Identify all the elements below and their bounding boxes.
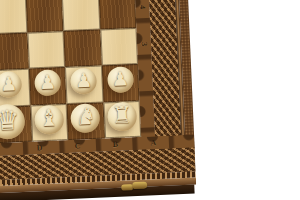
square-d4[interactable] [0, 0, 27, 34]
white-bishop-c1[interactable]: ♝ [34, 105, 64, 135]
white-queen-glyph-icon: ♛ [0, 106, 20, 134]
square-b2[interactable]: ♟ [65, 65, 103, 103]
white-pawn-d2[interactable]: ♟ [0, 71, 22, 98]
square-d1[interactable]: ♛ [0, 105, 32, 143]
square-b1[interactable]: ♞ [67, 102, 105, 140]
square-a3[interactable] [100, 27, 138, 65]
white-pawn-glyph-icon: ♟ [0, 74, 18, 94]
rank-label-4: 4 [138, 2, 147, 12]
square-b4[interactable] [62, 0, 100, 31]
white-pawn-glyph-icon: ♟ [75, 71, 93, 91]
chess-board: ♟♟♟♟♛♝♞♜ 4 3 D C B A [0, 0, 197, 200]
square-d3[interactable] [0, 32, 29, 70]
white-queen-d1[interactable]: ♛ [0, 103, 26, 139]
square-c4[interactable] [25, 0, 63, 32]
rank-label-3: 3 [139, 39, 148, 49]
white-knight-glyph-icon: ♞ [75, 105, 97, 129]
white-pawn-a2[interactable]: ♟ [107, 66, 134, 93]
clasp-tab-icon [132, 182, 147, 190]
white-pawn-b2[interactable]: ♟ [70, 68, 97, 95]
square-a1[interactable]: ♜ [103, 100, 141, 138]
file-label-c: C [71, 141, 83, 151]
brass-clasp[interactable] [121, 181, 147, 193]
square-a2[interactable]: ♟ [101, 64, 139, 102]
white-rook-glyph-icon: ♜ [111, 104, 133, 128]
white-pawn-c2[interactable]: ♟ [34, 70, 61, 97]
white-rook-a1[interactable]: ♜ [107, 101, 137, 131]
square-d2[interactable]: ♟ [0, 69, 30, 107]
product-photo: ♟♟♟♟♛♝♞♜ 4 3 D C B A [0, 0, 300, 200]
white-bishop-glyph-icon: ♝ [38, 107, 60, 131]
board-frame-right: 4 3 [134, 0, 194, 151]
white-pawn-glyph-icon: ♟ [111, 69, 129, 89]
file-label-a: A [147, 138, 159, 148]
square-c3[interactable] [27, 31, 65, 69]
white-knight-b1[interactable]: ♞ [70, 103, 100, 133]
file-label-b: B [109, 140, 121, 150]
square-b3[interactable] [63, 29, 101, 67]
file-label-d: D [33, 143, 45, 153]
square-a4[interactable] [98, 0, 136, 29]
square-c1[interactable]: ♝ [30, 104, 68, 142]
square-c2[interactable]: ♟ [29, 67, 67, 105]
white-pawn-glyph-icon: ♟ [38, 73, 56, 93]
board-squares: ♟♟♟♟♛♝♞♜ [0, 0, 141, 143]
